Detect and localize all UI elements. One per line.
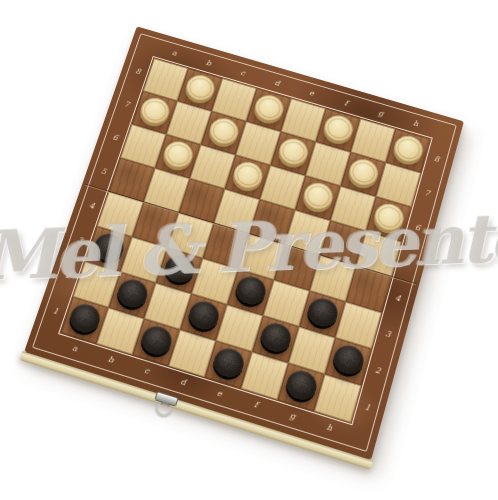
board-tilt-wrapper: aabbccddeeffgghh8877665544332211 bbox=[67, 66, 431, 413]
square-d4[interactable] bbox=[203, 223, 249, 269]
file-label-top-f: f bbox=[326, 91, 365, 117]
clasp-latch-icon bbox=[149, 390, 180, 416]
rank-label-left-6: 6 bbox=[101, 118, 130, 157]
clasp-plate bbox=[154, 391, 178, 407]
rank-label-right-3: 3 bbox=[374, 313, 403, 355]
rank-label-right-2: 2 bbox=[363, 349, 392, 392]
file-label-bottom-d: d bbox=[162, 368, 204, 397]
box-edge bbox=[19, 351, 373, 470]
rank-label-left-4: 4 bbox=[77, 186, 107, 226]
rank-label-right-5: 5 bbox=[394, 242, 422, 283]
board-scene: aabbccddeeffgghh8877665544332211 bbox=[73, 58, 425, 410]
square-g8[interactable] bbox=[351, 119, 396, 163]
file-label-bottom-e: e bbox=[198, 379, 240, 408]
file-label-top-g: g bbox=[361, 101, 401, 127]
board-grid bbox=[61, 58, 431, 422]
rank-label-left-8: 8 bbox=[124, 53, 153, 91]
board: aabbccddeeffgghh8877665544332211 bbox=[24, 26, 464, 460]
